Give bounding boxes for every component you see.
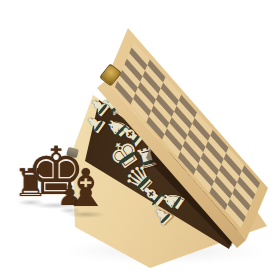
piece-shadow [66, 211, 106, 218]
bishop-piece-glyph: ♝ [60, 162, 112, 214]
product-photo-chess-box: ♟♜♟♞♝♚♜♛♝♞♝♟♟♟ ♜♚♟♝ [0, 0, 280, 280]
standing-piece-bishop: ♝ [60, 162, 112, 214]
